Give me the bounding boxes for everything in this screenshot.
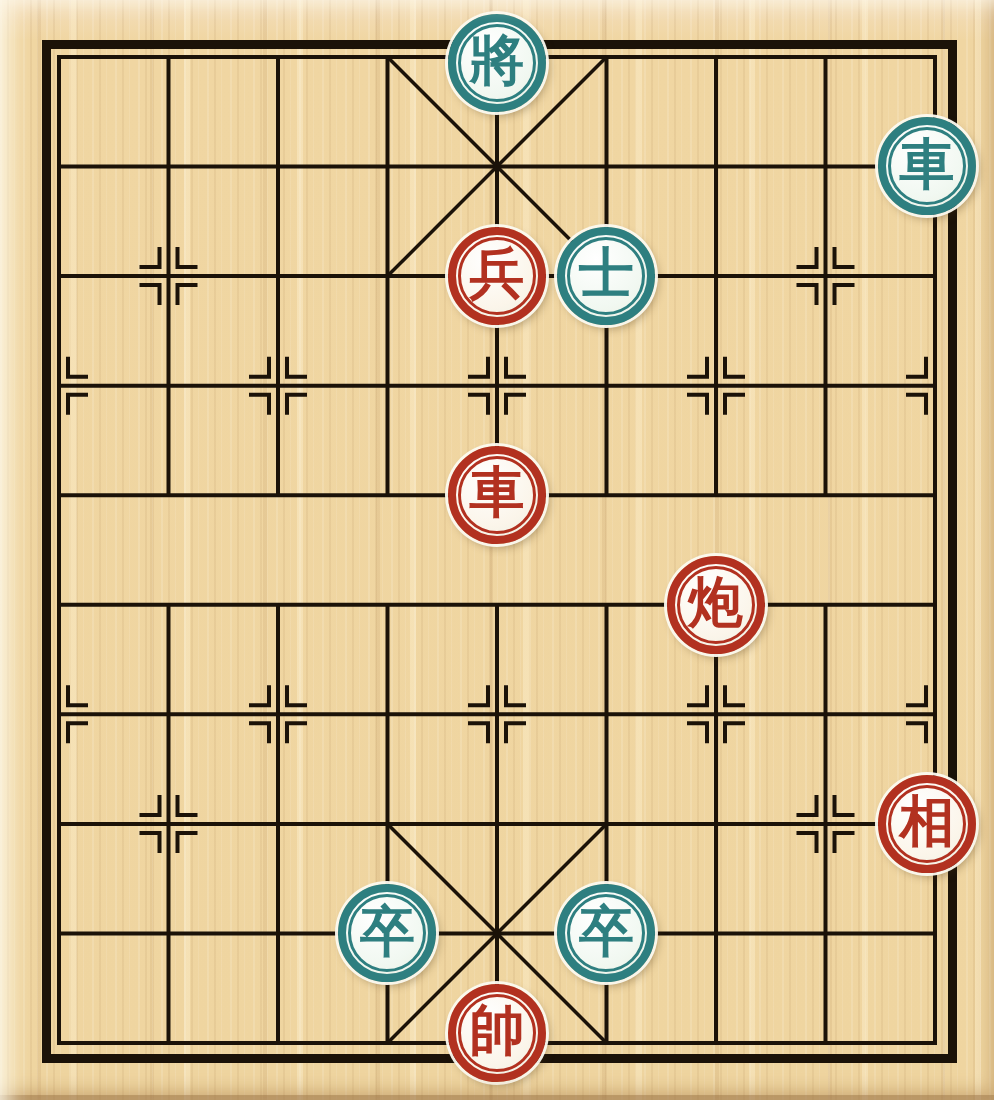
piece-glyph-black-general: 將 <box>469 33 524 88</box>
piece-glyph-red-chariot: 車 <box>469 465 524 520</box>
piece-black-advisor[interactable]: 士 <box>557 227 655 325</box>
piece-glyph-black-soldier-2: 卒 <box>579 904 634 959</box>
piece-glyph-black-chariot: 車 <box>899 137 954 192</box>
piece-red-elephant[interactable]: 相 <box>878 775 976 873</box>
piece-glyph-red-soldier: 兵 <box>469 246 524 301</box>
piece-red-chariot[interactable]: 車 <box>448 446 546 544</box>
piece-glyph-black-advisor: 士 <box>579 246 634 301</box>
piece-black-soldier-1[interactable]: 卒 <box>338 884 436 982</box>
piece-black-general[interactable]: 將 <box>448 14 546 112</box>
piece-black-soldier-2[interactable]: 卒 <box>557 884 655 982</box>
piece-layer: 將車兵士車炮相卒卒帥 <box>4 2 990 1097</box>
piece-glyph-red-elephant: 相 <box>899 794 954 849</box>
piece-glyph-red-cannon: 炮 <box>688 575 743 630</box>
piece-red-general[interactable]: 帥 <box>448 984 546 1082</box>
piece-black-chariot[interactable]: 車 <box>878 117 976 215</box>
piece-red-cannon[interactable]: 炮 <box>667 556 765 654</box>
piece-red-soldier[interactable]: 兵 <box>448 227 546 325</box>
piece-glyph-red-general: 帥 <box>469 1003 524 1058</box>
piece-glyph-black-soldier-1: 卒 <box>360 904 415 959</box>
xiangqi-board: 將車兵士車炮相卒卒帥 <box>0 0 994 1100</box>
